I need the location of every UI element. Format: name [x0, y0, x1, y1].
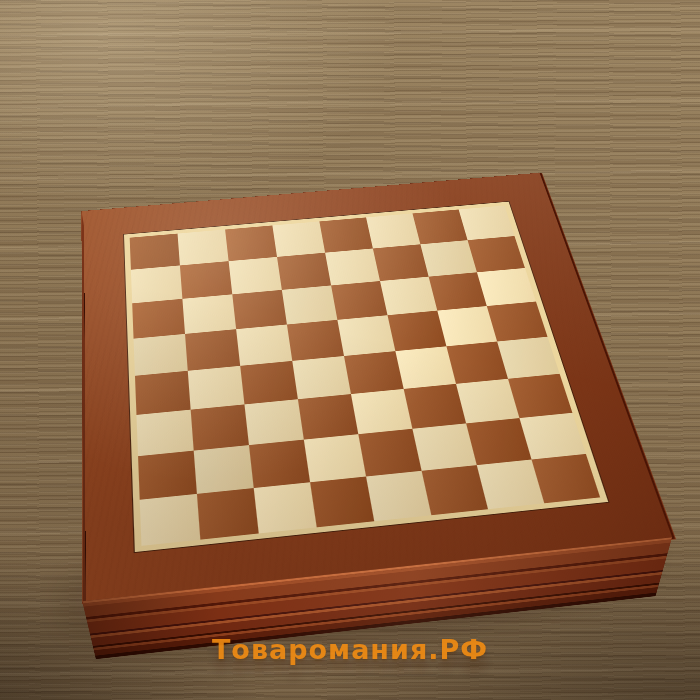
board-square: [131, 265, 182, 303]
board-square: [236, 324, 292, 365]
board-square: [422, 465, 488, 515]
board-square: [420, 240, 477, 277]
board-square: [487, 302, 548, 342]
board-square: [232, 290, 287, 329]
board-square: [298, 394, 358, 440]
board-square: [395, 346, 456, 389]
board-square: [134, 334, 188, 376]
board-square: [138, 451, 197, 500]
board-square: [380, 277, 437, 316]
board-square: [240, 361, 298, 405]
board-square: [180, 261, 232, 299]
board-square: [508, 374, 572, 418]
board-square: [404, 384, 466, 429]
board-square: [136, 410, 193, 457]
board-square: [277, 253, 331, 290]
board-square: [456, 379, 519, 424]
board-square: [437, 306, 497, 346]
board-square: [282, 285, 338, 324]
board-square: [412, 423, 476, 470]
board-square: [185, 329, 240, 371]
board-square: [519, 413, 585, 460]
board-square: [466, 418, 531, 465]
board-square: [497, 337, 560, 379]
board-square: [132, 299, 185, 339]
board-square: [366, 471, 431, 521]
board-square: [229, 257, 282, 294]
board-square: [388, 311, 447, 352]
board-square: [225, 225, 277, 261]
board-square: [477, 460, 545, 510]
board-square: [194, 445, 254, 494]
board-square: [366, 213, 420, 248]
board-square: [344, 351, 404, 394]
board-square: [459, 206, 515, 241]
board-square: [197, 488, 259, 540]
board-square: [373, 244, 429, 281]
board-square: [140, 494, 201, 546]
board-square: [130, 234, 180, 270]
board-square: [272, 221, 325, 256]
board-square: [331, 281, 387, 320]
watermark-text: Товаромания.РФ: [212, 634, 488, 665]
board-square: [337, 315, 395, 356]
board-square: [249, 440, 310, 488]
board-square: [304, 434, 366, 482]
board-square: [244, 399, 303, 445]
board-square: [477, 268, 536, 306]
board-square: [287, 320, 344, 361]
board-square: [468, 236, 525, 272]
checkerboard: [130, 206, 600, 546]
board-square: [254, 482, 317, 533]
board-square: [310, 477, 374, 528]
board-frame-inlay: [124, 202, 608, 552]
board-square: [532, 454, 601, 503]
board-square: [292, 356, 351, 399]
board-square: [358, 429, 421, 477]
board-square: [191, 404, 249, 450]
board-square: [135, 371, 191, 415]
board-square: [178, 230, 229, 266]
board-square: [182, 294, 236, 334]
board-square: [319, 217, 373, 252]
board-square: [325, 248, 380, 285]
board-square: [351, 389, 412, 434]
board-square: [188, 366, 245, 410]
